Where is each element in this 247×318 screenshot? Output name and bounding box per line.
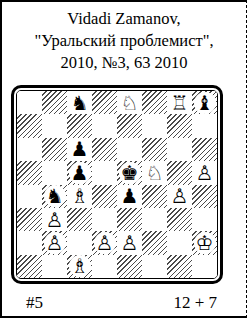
square-e7 bbox=[117, 114, 142, 137]
square-a8 bbox=[17, 91, 42, 114]
square-c2 bbox=[67, 231, 92, 254]
square-f7 bbox=[142, 114, 167, 137]
square-c8: ♞ bbox=[67, 91, 92, 114]
square-h5: ♙ bbox=[192, 161, 217, 184]
square-f2 bbox=[142, 231, 167, 254]
piece-wP-g4: ♙ bbox=[169, 185, 191, 207]
piece-wP-b3: ♙ bbox=[44, 209, 66, 231]
board-area: ♞♘♖♝♟♟♚♘♙♞♗♟♙♙♙♙♙♔♗ bbox=[11, 85, 246, 284]
piece-wN-f5: ♘ bbox=[144, 162, 166, 184]
piece-bN-c8: ♞ bbox=[69, 92, 91, 114]
caption-stipulation: #5 bbox=[26, 293, 43, 313]
square-b3: ♙ bbox=[42, 208, 67, 231]
square-a4 bbox=[17, 185, 42, 208]
square-d5 bbox=[92, 161, 117, 184]
square-c5: ♟ bbox=[67, 161, 92, 184]
square-c6: ♟ bbox=[67, 138, 92, 161]
piece-wB-c4: ♗ bbox=[69, 185, 91, 207]
square-d1 bbox=[92, 255, 117, 278]
square-f5: ♘ bbox=[142, 161, 167, 184]
square-c1: ♗ bbox=[67, 255, 92, 278]
piece-wP-b2: ♙ bbox=[44, 232, 66, 254]
square-h1 bbox=[192, 255, 217, 278]
author-line: Vidadi Zamanov, bbox=[2, 8, 246, 30]
square-d2: ♙ bbox=[92, 231, 117, 254]
square-e2: ♙ bbox=[117, 231, 142, 254]
square-a7 bbox=[17, 114, 42, 137]
square-a5 bbox=[17, 161, 42, 184]
caption-material: 12 + 7 bbox=[173, 293, 217, 313]
square-d3 bbox=[92, 208, 117, 231]
square-e3 bbox=[117, 208, 142, 231]
piece-wP-e2: ♙ bbox=[119, 232, 141, 254]
square-c4: ♗ bbox=[67, 185, 92, 208]
board-outer-frame: ♞♘♖♝♟♟♚♘♙♞♗♟♙♙♙♙♙♔♗ bbox=[11, 85, 223, 284]
piece-bP-c5: ♟ bbox=[69, 162, 91, 184]
piece-wK-h2: ♔ bbox=[194, 232, 216, 254]
square-g1 bbox=[167, 255, 192, 278]
square-b6 bbox=[42, 138, 67, 161]
square-b7 bbox=[42, 114, 67, 137]
square-f8 bbox=[142, 91, 167, 114]
piece-bN-b4: ♞ bbox=[44, 185, 66, 207]
square-b4: ♞ bbox=[42, 185, 67, 208]
square-e1 bbox=[117, 255, 142, 278]
square-e4: ♟ bbox=[117, 185, 142, 208]
piece-wB-c1: ♗ bbox=[69, 255, 91, 277]
square-e5: ♚ bbox=[117, 161, 142, 184]
square-c7 bbox=[67, 114, 92, 137]
publication-line: 2010, №3, 63 2010 bbox=[2, 52, 246, 74]
piece-wN-e8: ♘ bbox=[119, 92, 141, 114]
square-f4 bbox=[142, 185, 167, 208]
square-d7 bbox=[92, 114, 117, 137]
square-h8: ♝ bbox=[192, 91, 217, 114]
square-h2: ♔ bbox=[192, 231, 217, 254]
square-c3 bbox=[67, 208, 92, 231]
problem-page: Vidadi Zamanov, "Уральский проблемист", … bbox=[0, 0, 247, 318]
square-g6 bbox=[167, 138, 192, 161]
square-f1 bbox=[142, 255, 167, 278]
piece-bB-h8: ♝ bbox=[194, 92, 216, 114]
square-d6 bbox=[92, 138, 117, 161]
chessboard: ♞♘♖♝♟♟♚♘♙♞♗♟♙♙♙♙♙♔♗ bbox=[17, 91, 217, 278]
square-h4 bbox=[192, 185, 217, 208]
problem-header: Vidadi Zamanov, "Уральский проблемист", … bbox=[2, 2, 246, 74]
piece-bP-e4: ♟ bbox=[119, 185, 141, 207]
square-b8 bbox=[42, 91, 67, 114]
piece-bP-c6: ♟ bbox=[69, 138, 91, 160]
square-b5 bbox=[42, 161, 67, 184]
square-h6 bbox=[192, 138, 217, 161]
piece-wR-g8: ♖ bbox=[169, 92, 191, 114]
square-h3 bbox=[192, 208, 217, 231]
square-d8 bbox=[92, 91, 117, 114]
square-a6 bbox=[17, 138, 42, 161]
square-g8: ♖ bbox=[167, 91, 192, 114]
square-b1 bbox=[42, 255, 67, 278]
square-h7 bbox=[192, 114, 217, 137]
caption-row: #5 12 + 7 bbox=[2, 293, 246, 313]
square-g7 bbox=[167, 114, 192, 137]
square-g4: ♙ bbox=[167, 185, 192, 208]
square-d4 bbox=[92, 185, 117, 208]
square-g3 bbox=[167, 208, 192, 231]
square-f3 bbox=[142, 208, 167, 231]
square-g5 bbox=[167, 161, 192, 184]
board-inner-frame: ♞♘♖♝♟♟♚♘♙♞♗♟♙♙♙♙♙♔♗ bbox=[16, 90, 218, 279]
square-a2 bbox=[17, 231, 42, 254]
square-a1 bbox=[17, 255, 42, 278]
source-line: "Уральский проблемист", bbox=[2, 30, 246, 52]
piece-wP-h5: ♙ bbox=[194, 162, 216, 184]
piece-wP-d2: ♙ bbox=[94, 232, 116, 254]
square-g2 bbox=[167, 231, 192, 254]
square-e6 bbox=[117, 138, 142, 161]
square-e8: ♘ bbox=[117, 91, 142, 114]
piece-bK-e5: ♚ bbox=[119, 162, 141, 184]
square-a3 bbox=[17, 208, 42, 231]
square-f6 bbox=[142, 138, 167, 161]
square-b2: ♙ bbox=[42, 231, 67, 254]
